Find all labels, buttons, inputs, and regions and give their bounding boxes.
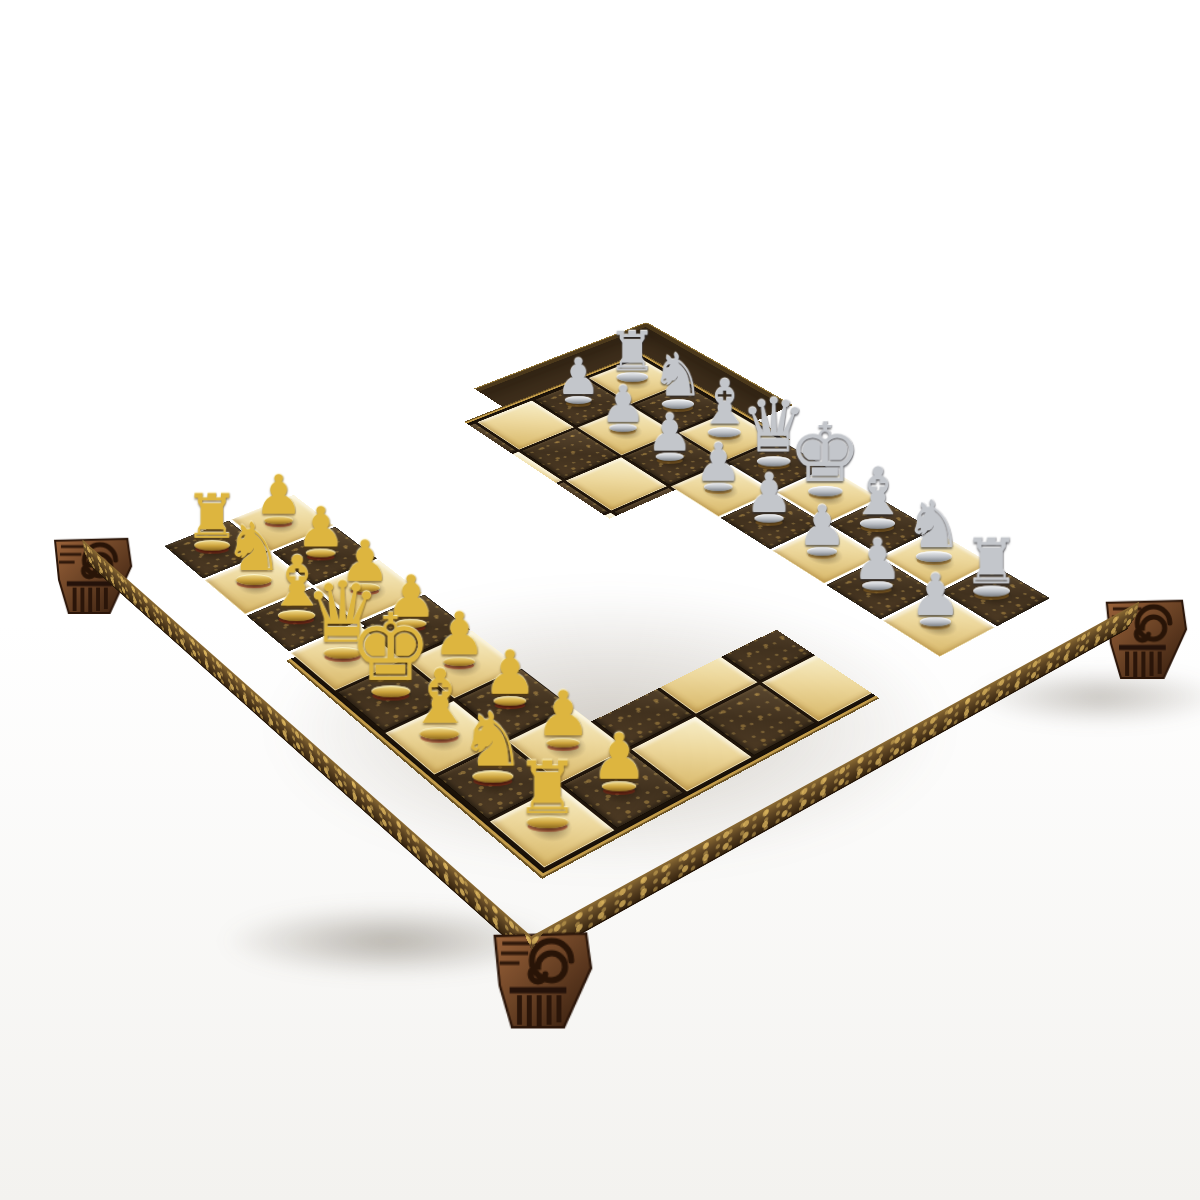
knight-glyph: ♞ bbox=[904, 495, 963, 555]
pawn-glyph: ♟ bbox=[556, 354, 601, 400]
pawn-glyph: ♟ bbox=[646, 409, 693, 457]
silver-rook-h8: ♜ bbox=[963, 532, 1020, 596]
gold-pawn-h2: ♟ bbox=[590, 727, 647, 791]
pawn-glyph: ♟ bbox=[600, 381, 646, 428]
silver-pawn-a7: ♟ bbox=[556, 354, 601, 403]
silver-knight-g8: ♞ bbox=[904, 495, 963, 561]
board-frame: ♜♞♝♛♚♝♞♜♟♟♟♟♟♟♟♟♟♟♟♟♟♟♟♟♜♞♝♛♚♝♞♜ bbox=[82, 322, 1139, 936]
gold-pawn-g2: ♟ bbox=[535, 685, 591, 747]
silver-rook-a8: ♜ bbox=[608, 326, 657, 381]
square-h1: ♜ bbox=[490, 786, 614, 868]
chess-board: ♜♞♝♛♚♝♞♜♟♟♟♟♟♟♟♟♟♟♟♟♟♟♟♟♜♞♝♛♚♝♞♜ bbox=[82, 322, 1139, 936]
silver-pawn-b7: ♟ bbox=[600, 381, 646, 432]
pawn-glyph: ♟ bbox=[745, 469, 794, 519]
rook-glyph: ♜ bbox=[515, 754, 580, 821]
silver-pawn-e7: ♟ bbox=[745, 469, 794, 523]
silver-pawn-g7: ♟ bbox=[852, 534, 903, 590]
pawn-glyph: ♟ bbox=[695, 438, 743, 487]
pawn-glyph: ♟ bbox=[535, 685, 591, 742]
rook-glyph: ♜ bbox=[963, 532, 1020, 590]
silver-pawn-d7: ♟ bbox=[695, 438, 743, 491]
board-grid: ♜♞♝♛♚♝♞♜♟♟♟♟♟♟♟♟♟♟♟♟♟♟♟♟♜♞♝♛♚♝♞♜ bbox=[153, 353, 1061, 876]
silver-pawn-h7: ♟ bbox=[909, 568, 961, 626]
silver-pawn-c7: ♟ bbox=[646, 409, 693, 461]
bishop-glyph: ♝ bbox=[848, 462, 907, 523]
pawn-glyph: ♟ bbox=[483, 645, 538, 701]
pawn-glyph: ♟ bbox=[797, 500, 847, 551]
product-photo: { "game": { "name": "chess", "descriptio… bbox=[0, 0, 1200, 1200]
pawn-glyph: ♟ bbox=[852, 534, 903, 586]
rook-glyph: ♜ bbox=[608, 326, 657, 376]
studio-scene: ♜♞♝♛♚♝♞♜♟♟♟♟♟♟♟♟♟♟♟♟♟♟♟♟♜♞♝♛♚♝♞♜ bbox=[0, 0, 1200, 1200]
ionic-volute-icon bbox=[485, 931, 594, 1032]
ionic-foot-near bbox=[485, 931, 594, 1032]
silver-pawn-f7: ♟ bbox=[797, 500, 847, 555]
gold-rook-h1: ♜ bbox=[515, 754, 580, 828]
silver-bishop-f8: ♝ bbox=[848, 462, 907, 529]
pawn-glyph: ♟ bbox=[909, 568, 961, 621]
pawn-glyph: ♟ bbox=[590, 727, 647, 786]
